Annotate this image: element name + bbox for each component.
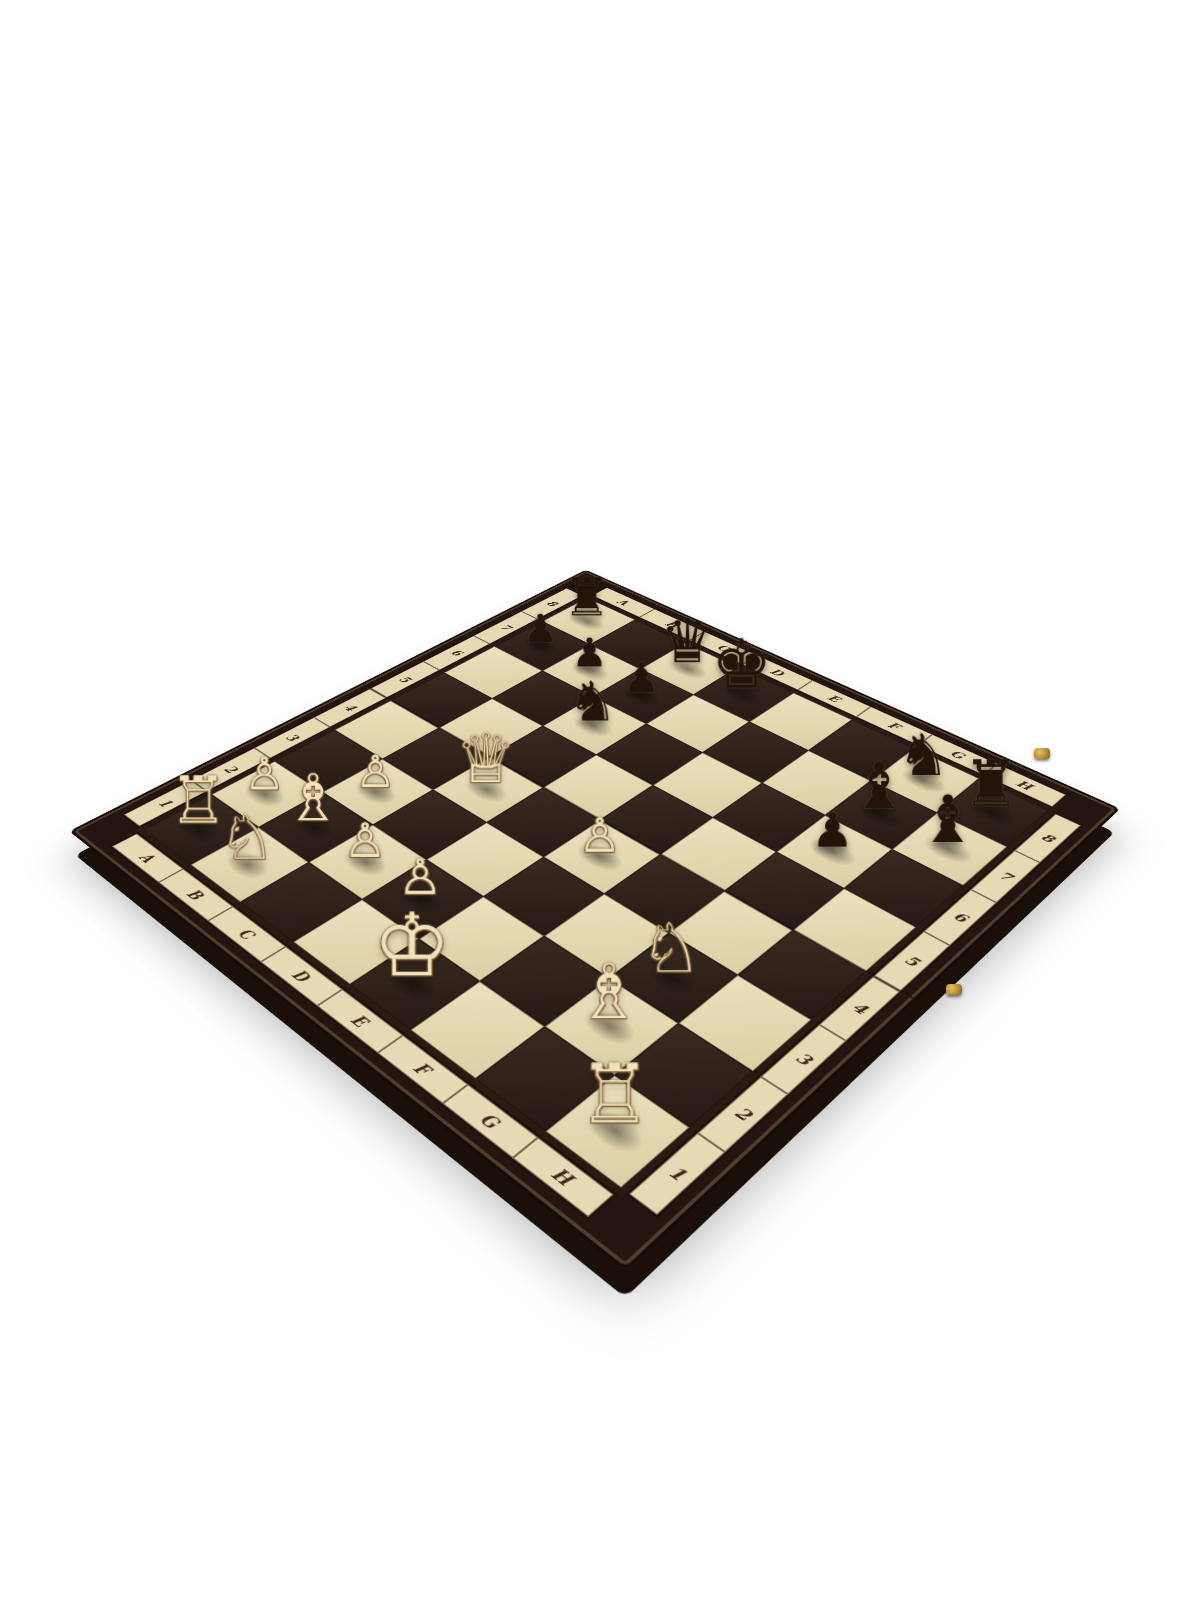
piece-black-king-d8[interactable]: ♚ — [706, 634, 777, 695]
brass-clasp-icon — [946, 984, 962, 995]
piece-white-bishop-g2[interactable]: ♗ — [562, 959, 657, 1027]
piece-white-pawn-e4[interactable]: ♙ — [558, 815, 641, 858]
board-grid: ♜♜♛♚♞♞♝♝♟♟♟♟♖♖♘♘♗♗♕♔♙♙♙♙♙ — [144, 598, 1049, 1188]
piece-white-rook-h1[interactable]: ♖ — [564, 1058, 666, 1132]
piece-white-knight-b1[interactable]: ♘ — [205, 809, 288, 865]
chessboard-scene: ABCDEFGH ABCDEFGH 87654321 87654321 ♜♜♛♚… — [70, 370, 1130, 1270]
piece-black-bishop-h7[interactable]: ♝ — [907, 790, 989, 849]
brass-clasp-icon — [1034, 748, 1050, 759]
chessboard: ABCDEFGH ABCDEFGH 87654321 87654321 ♜♜♛♚… — [69, 570, 1121, 1272]
piece-black-knight-c6[interactable]: ♞ — [556, 677, 629, 726]
piece-black-pawn-g6[interactable]: ♟ — [791, 810, 873, 853]
piece-white-queen-c4[interactable]: ♕ — [447, 729, 525, 790]
piece-white-king-e1[interactable]: ♔ — [366, 906, 458, 984]
